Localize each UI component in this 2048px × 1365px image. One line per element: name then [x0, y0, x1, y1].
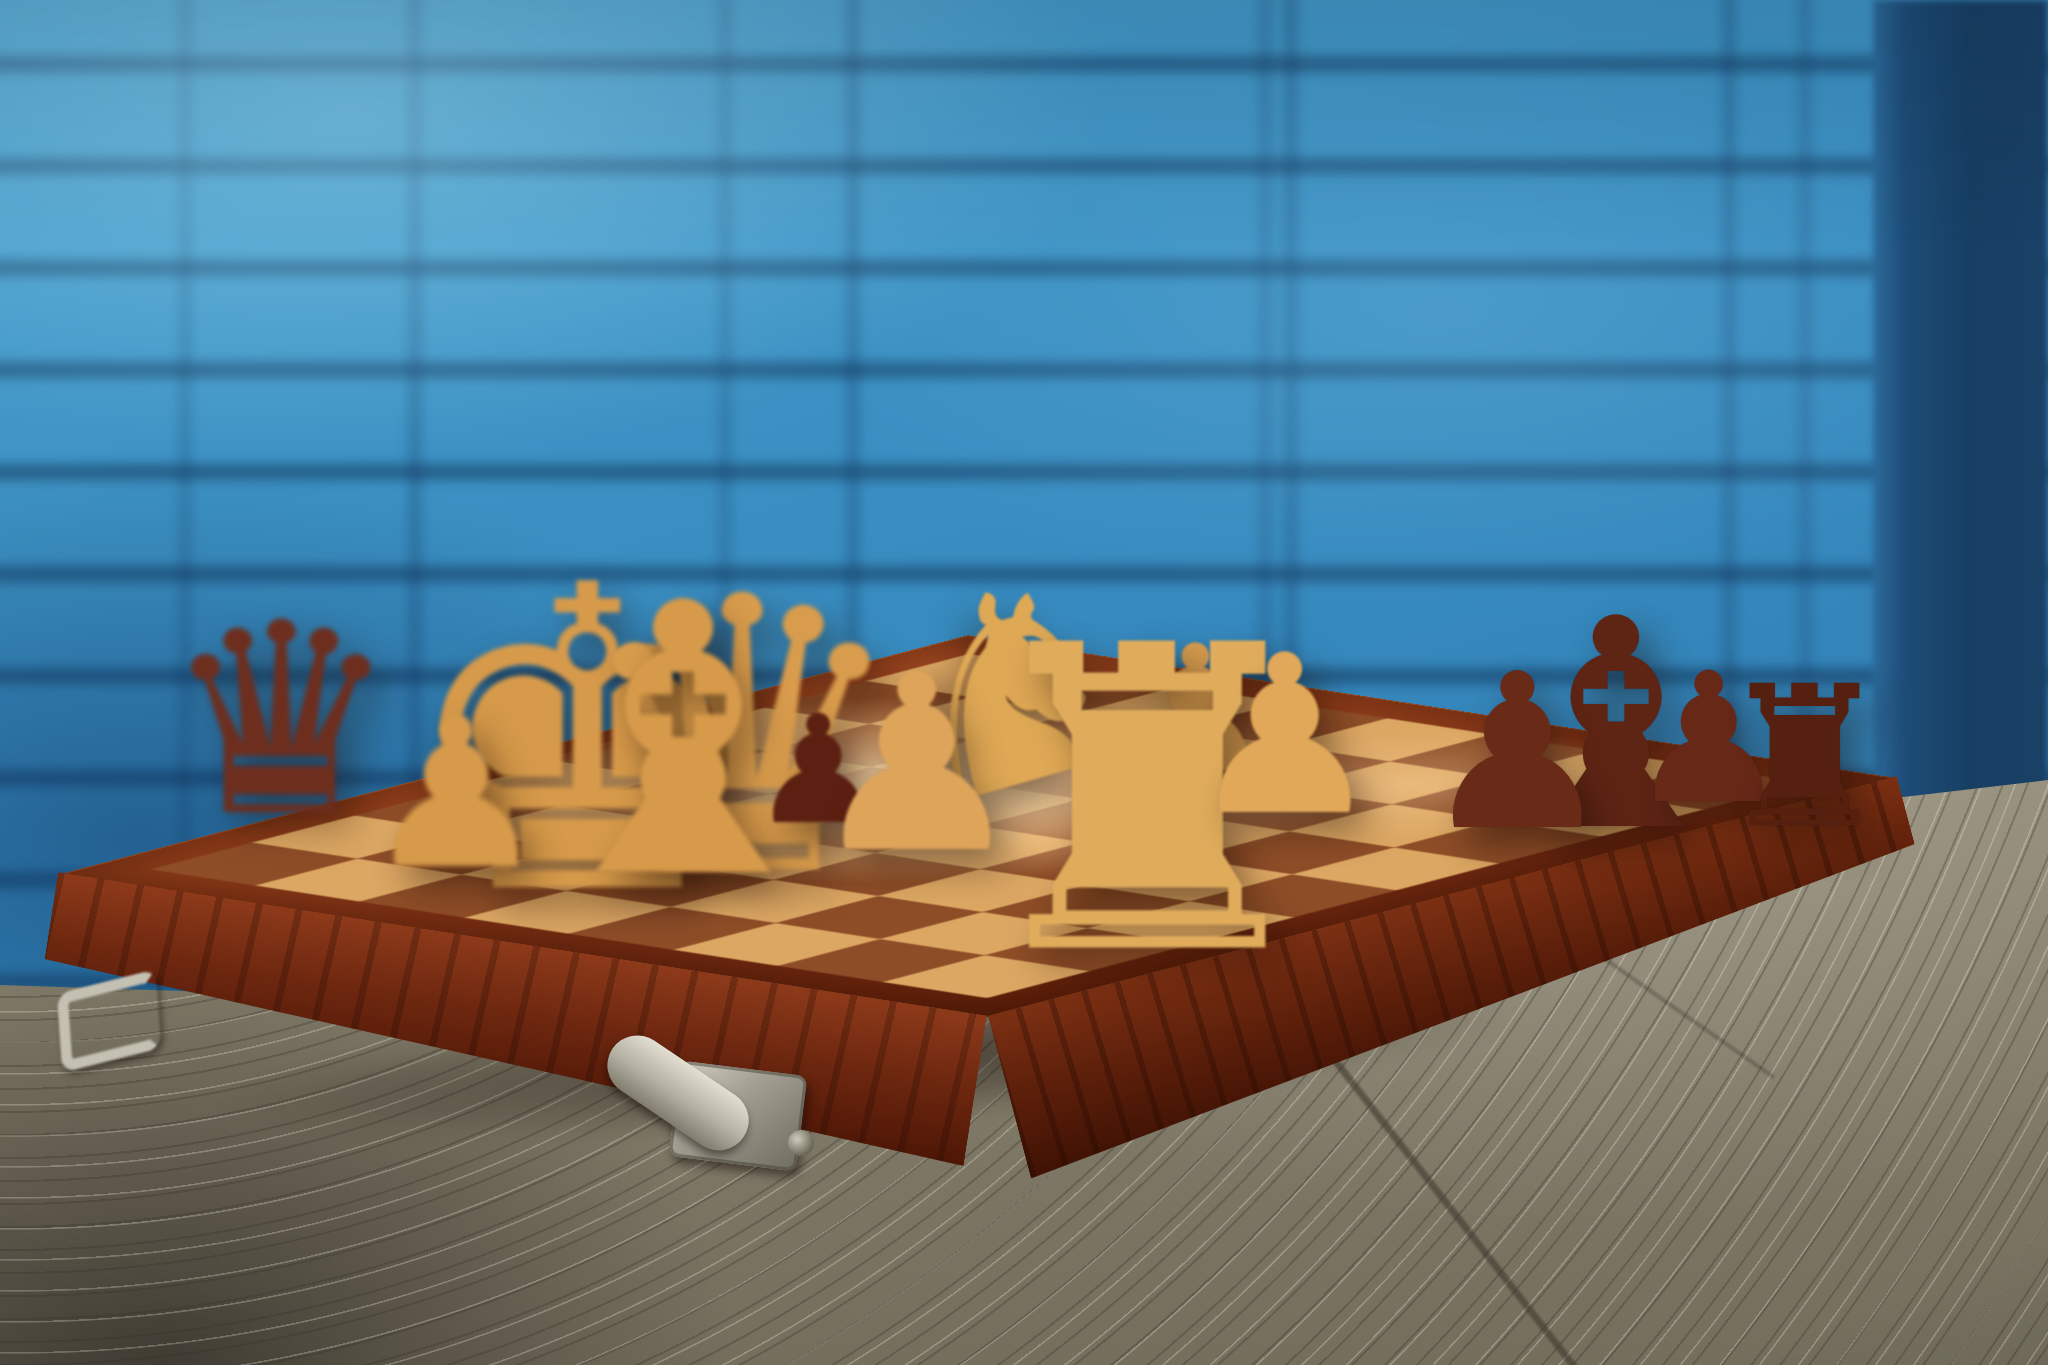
photo-scene: ♛♟♚♛♝♟♟♞♜♟♟♟♝♟♜ [0, 0, 2048, 1365]
pieces-layer: ♛♟♚♛♝♟♟♞♜♟♟♟♝♟♜ [0, 0, 2048, 1365]
piece-light-pawn: ♟ [1186, 626, 1383, 846]
piece-light-pawn: ♟ [363, 690, 549, 898]
piece-dark-pawn: ♟ [1421, 645, 1614, 860]
piece-dark-rook: ♜ [1717, 660, 1892, 855]
